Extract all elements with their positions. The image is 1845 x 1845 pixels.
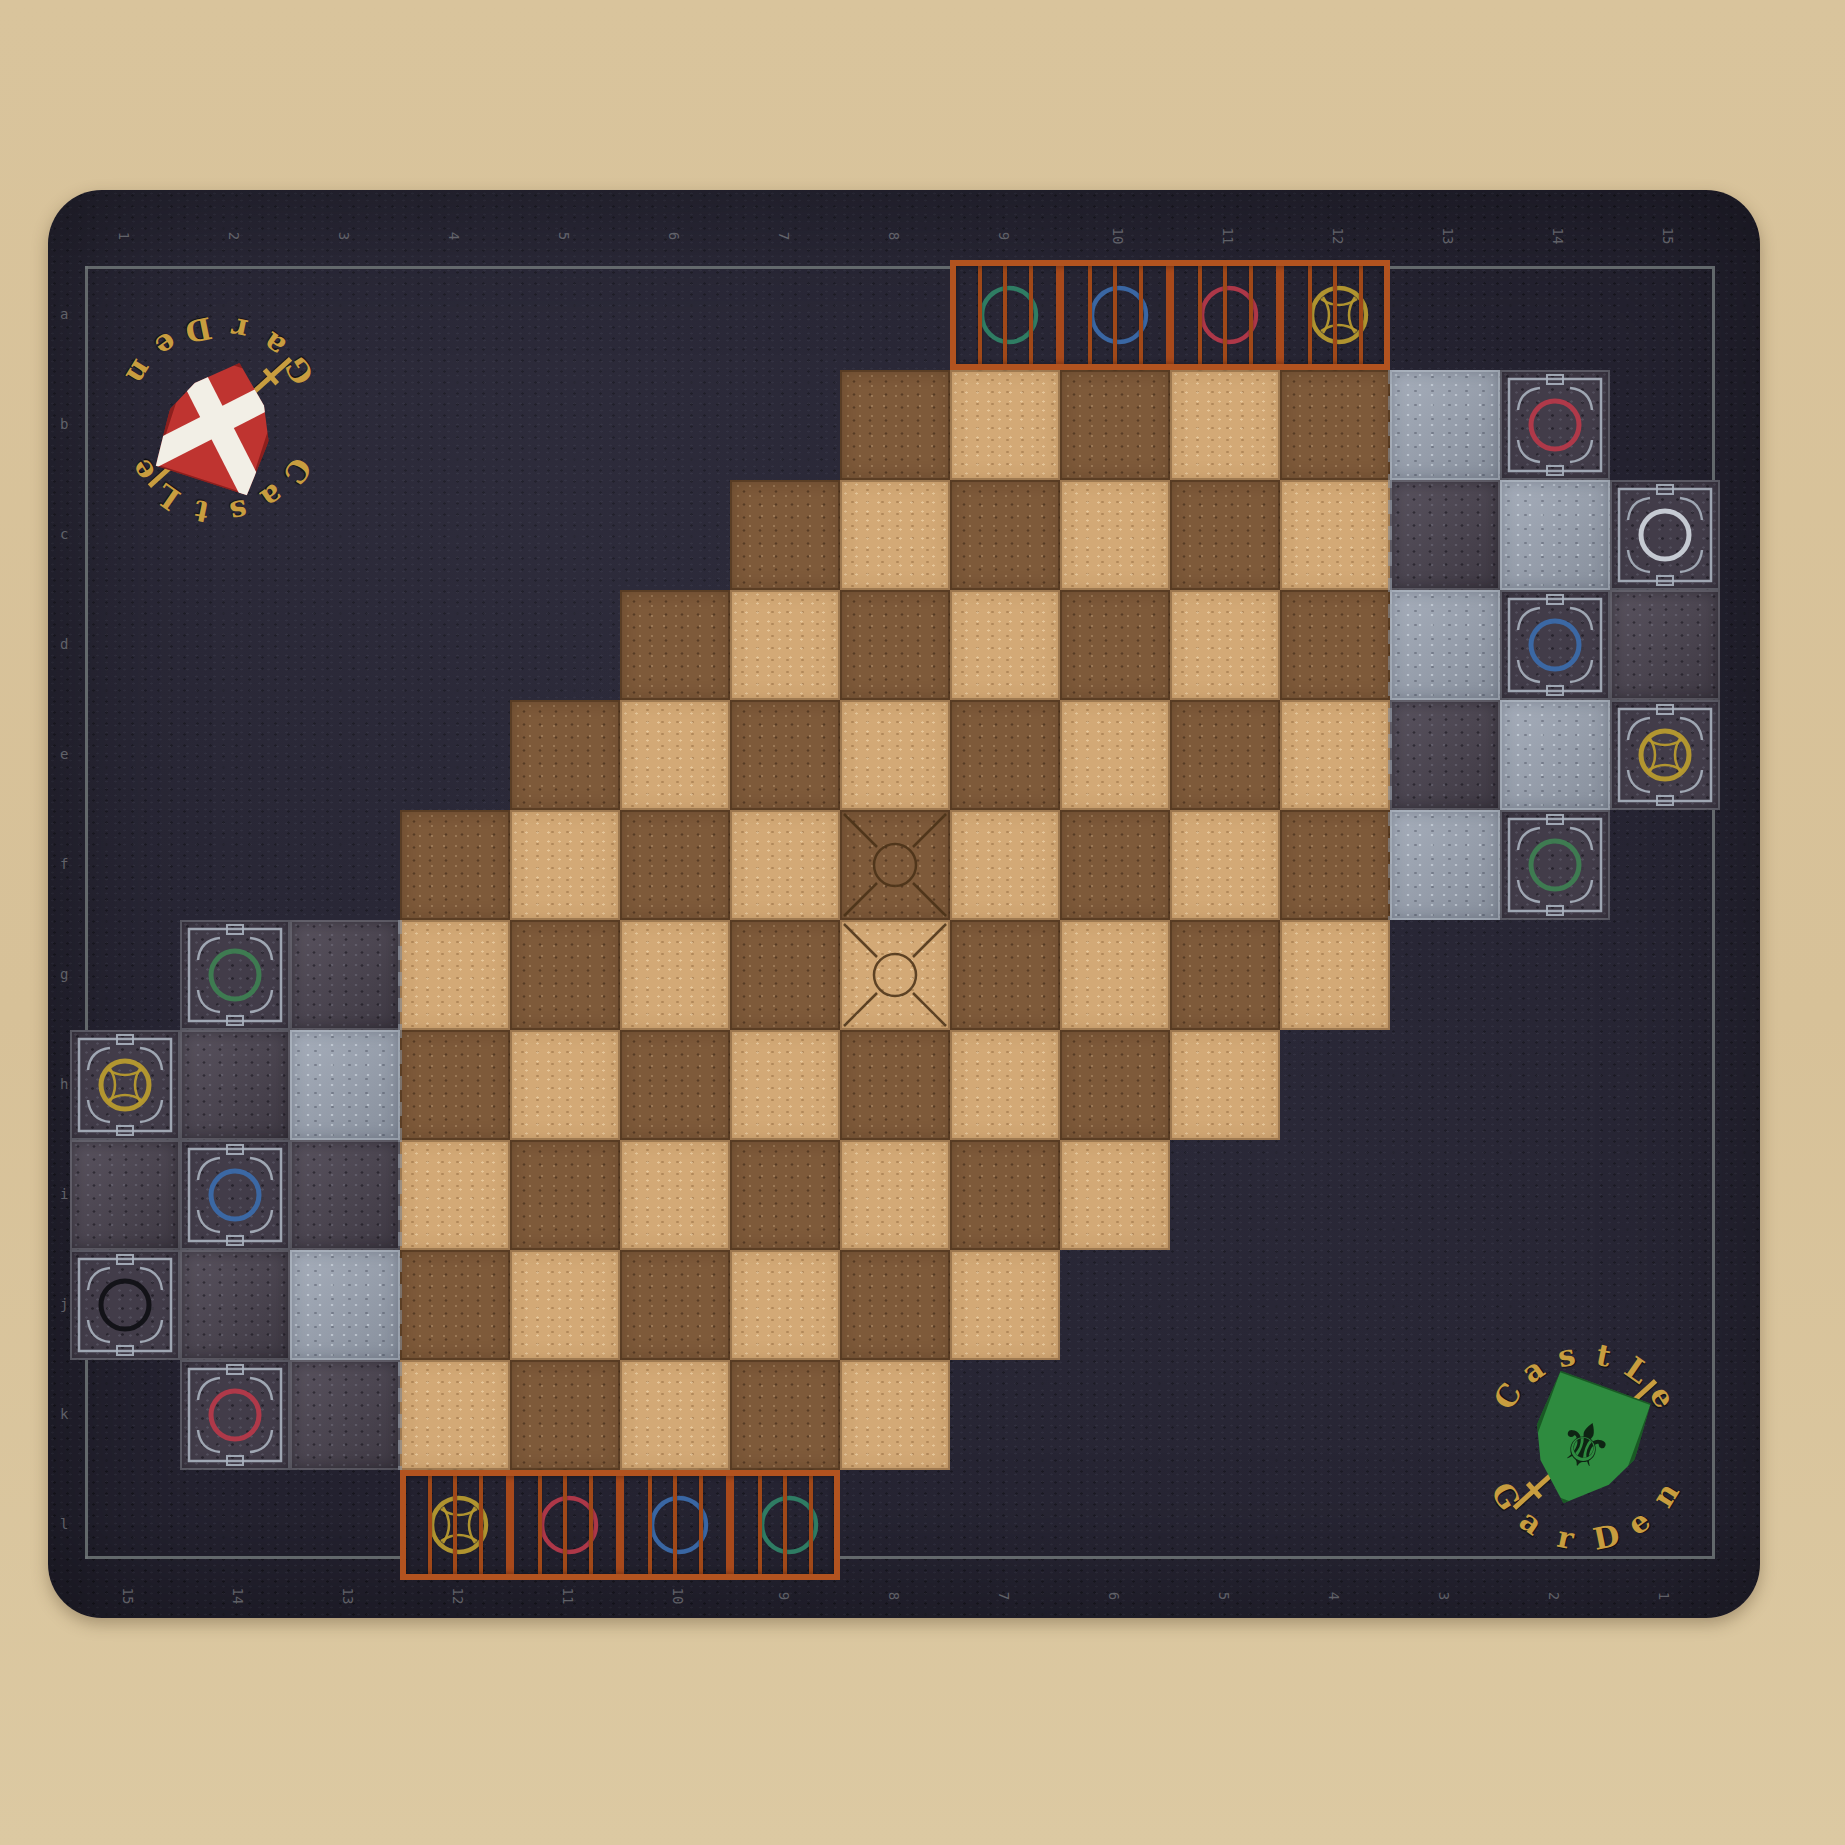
cell-r4-c8[interactable] bbox=[840, 700, 950, 810]
cell-r3-c4 bbox=[400, 590, 510, 700]
gate-bar bbox=[1308, 260, 1312, 370]
castle-ring-W-r2-c15[interactable] bbox=[1610, 480, 1720, 590]
cell-r4-c2 bbox=[180, 700, 290, 810]
cell-r0-c8 bbox=[840, 260, 950, 370]
col-label-bottom-12: 4 bbox=[1326, 1592, 1342, 1600]
cell-r4-c4 bbox=[400, 700, 510, 810]
gate-bar bbox=[1113, 260, 1117, 370]
cell-r1-c10[interactable] bbox=[1060, 370, 1170, 480]
cell-r11-c3 bbox=[290, 1470, 400, 1580]
cell-r0-c4 bbox=[400, 260, 510, 370]
castle-ring-K-r9-c1[interactable] bbox=[70, 1250, 180, 1360]
cell-r7-c9[interactable] bbox=[950, 1030, 1060, 1140]
cell-r0-c5 bbox=[510, 260, 620, 370]
col-label-top-11: 11 bbox=[1220, 228, 1236, 245]
cell-r5-c7[interactable] bbox=[730, 810, 840, 920]
castle-ring-B-r8-c2[interactable] bbox=[180, 1140, 290, 1250]
gate-bar bbox=[978, 260, 982, 370]
cell-r10-c10 bbox=[1060, 1360, 1170, 1470]
col-label-top-3: 3 bbox=[336, 232, 352, 240]
col-label-top-12: 12 bbox=[1330, 228, 1346, 245]
gate-ring-r-r0-c11[interactable] bbox=[1170, 260, 1280, 370]
cell-r11-c12 bbox=[1280, 1470, 1390, 1580]
col-label-top-13: 13 bbox=[1440, 228, 1456, 245]
cell-r8-c7[interactable] bbox=[730, 1140, 840, 1250]
arc-letter: t bbox=[1590, 1336, 1618, 1372]
cell-r7-c10[interactable] bbox=[1060, 1030, 1170, 1140]
col-label-bottom-2: 14 bbox=[230, 1588, 246, 1605]
castle-ring-Y-r4-c15[interactable] bbox=[1610, 700, 1720, 810]
cell-r8-c13 bbox=[1390, 1140, 1500, 1250]
cell-r6-c1 bbox=[70, 920, 180, 1030]
cell-r0-c14 bbox=[1500, 260, 1610, 370]
cell-r5-c8-center-mark[interactable] bbox=[840, 810, 950, 920]
gate-ring-b-r0-c10[interactable] bbox=[1060, 260, 1170, 370]
arc-letter: a bbox=[1514, 1349, 1550, 1388]
col-label-top-9: 9 bbox=[996, 232, 1012, 240]
col-label-top-7: 7 bbox=[776, 232, 792, 240]
cell-r7-c4[interactable] bbox=[400, 1030, 510, 1140]
col-label-top-15: 15 bbox=[1660, 228, 1676, 245]
col-label-bottom-13: 3 bbox=[1436, 1592, 1452, 1600]
cell-r6-c7[interactable] bbox=[730, 920, 840, 1030]
col-label-bottom-10: 6 bbox=[1106, 1592, 1122, 1600]
gate-bar bbox=[589, 1470, 593, 1580]
castle-ring-G-r5-c14[interactable] bbox=[1500, 810, 1610, 920]
col-label-bottom-14: 2 bbox=[1546, 1592, 1562, 1600]
cell-r4-c5[interactable] bbox=[510, 700, 620, 810]
cell-r6-c5[interactable] bbox=[510, 920, 620, 1030]
cell-r2-c11[interactable] bbox=[1170, 480, 1280, 590]
arc-letter: e bbox=[149, 326, 185, 365]
cell-r6-c3[interactable] bbox=[290, 920, 400, 1030]
gate-bar bbox=[1139, 260, 1143, 370]
cell-r9-c9[interactable] bbox=[950, 1250, 1060, 1360]
col-label-top-1: 1 bbox=[116, 232, 132, 240]
cell-r6-c8-center-mark[interactable] bbox=[840, 920, 950, 1030]
row-label-left-3: c bbox=[60, 526, 68, 542]
cell-r11-c10 bbox=[1060, 1470, 1170, 1580]
gate-bar bbox=[453, 1470, 457, 1580]
cell-r2-c9[interactable] bbox=[950, 480, 1060, 590]
cell-r10-c8[interactable] bbox=[840, 1360, 950, 1470]
cell-r7-c8[interactable] bbox=[840, 1030, 950, 1140]
cell-r11-c9 bbox=[950, 1470, 1060, 1580]
cell-r1-c4 bbox=[400, 370, 510, 480]
gate-ring-b-r11-c6[interactable] bbox=[620, 1470, 730, 1580]
cell-r10-c3[interactable] bbox=[290, 1360, 400, 1470]
arc-letter: s bbox=[225, 495, 253, 531]
cell-r4-c13[interactable] bbox=[1390, 700, 1500, 810]
cell-r3-c11[interactable] bbox=[1170, 590, 1280, 700]
arc-letter: r bbox=[225, 313, 253, 349]
cell-r9-c12 bbox=[1280, 1250, 1390, 1360]
gate-bar bbox=[563, 1470, 567, 1580]
cell-r1-c12[interactable] bbox=[1280, 370, 1390, 480]
cell-r11-c11 bbox=[1170, 1470, 1280, 1580]
cell-r3-c9[interactable] bbox=[950, 590, 1060, 700]
cell-r7-c6[interactable] bbox=[620, 1030, 730, 1140]
row-label-left-8: h bbox=[60, 1076, 68, 1092]
gate-bar bbox=[1223, 260, 1227, 370]
castle-ring-G-r6-c2[interactable] bbox=[180, 920, 290, 1030]
gate-bar bbox=[538, 1470, 542, 1580]
cell-r1-c6 bbox=[620, 370, 730, 480]
gate-bar bbox=[1359, 260, 1363, 370]
row-label-left-12: l bbox=[60, 1516, 68, 1532]
cell-r4-c12[interactable] bbox=[1280, 700, 1390, 810]
col-label-bottom-11: 5 bbox=[1216, 1592, 1232, 1600]
cell-r3-c15[interactable] bbox=[1610, 590, 1720, 700]
col-label-top-14: 14 bbox=[1550, 228, 1566, 245]
cell-r8-c9[interactable] bbox=[950, 1140, 1060, 1250]
col-label-bottom-8: 8 bbox=[886, 1592, 902, 1600]
gate-bar bbox=[479, 1470, 483, 1580]
cell-r5-c12[interactable] bbox=[1280, 810, 1390, 920]
cell-r5-c10[interactable] bbox=[1060, 810, 1170, 920]
cell-r3-c6[interactable] bbox=[620, 590, 730, 700]
cell-r3-c1 bbox=[70, 590, 180, 700]
cell-r9-c3[interactable] bbox=[290, 1250, 400, 1360]
gate-bar bbox=[1003, 260, 1007, 370]
cell-r8-c10[interactable] bbox=[1060, 1140, 1170, 1250]
cell-r10-c6[interactable] bbox=[620, 1360, 730, 1470]
col-label-top-4: 4 bbox=[446, 232, 462, 240]
arc-letter: a bbox=[255, 479, 291, 518]
cell-r6-c6[interactable] bbox=[620, 920, 730, 1030]
cell-r8-c4[interactable] bbox=[400, 1140, 510, 1250]
gate-bar bbox=[673, 1470, 677, 1580]
cell-r3-c12[interactable] bbox=[1280, 590, 1390, 700]
cell-r7-c13 bbox=[1390, 1030, 1500, 1140]
photo-page: CastLeGarDen ⚜ CastLeGarDen 123456789101… bbox=[0, 0, 1845, 1845]
arc-letter: C bbox=[279, 453, 318, 489]
castle-ring-R-r1-c14[interactable] bbox=[1500, 370, 1610, 480]
arc-letter: s bbox=[1552, 1336, 1580, 1372]
col-label-top-10: 10 bbox=[1110, 228, 1126, 245]
cell-r0-c15 bbox=[1610, 260, 1720, 370]
gate-bar bbox=[1198, 260, 1202, 370]
cell-r11-c8 bbox=[840, 1470, 950, 1580]
row-label-left-11: k bbox=[60, 1406, 68, 1422]
row-label-left-9: i bbox=[60, 1186, 68, 1202]
cell-r4-c10[interactable] bbox=[1060, 700, 1170, 810]
logo-castle-garden-top-left: CastLeGarDen bbox=[100, 302, 340, 542]
cell-r10-c11 bbox=[1170, 1360, 1280, 1470]
cell-r6-c12[interactable] bbox=[1280, 920, 1390, 1030]
gate-ring-y-r11-c4[interactable] bbox=[400, 1470, 510, 1580]
cell-r9-c2[interactable] bbox=[180, 1250, 290, 1360]
cell-r5-c3 bbox=[290, 810, 400, 920]
col-label-top-6: 6 bbox=[666, 232, 682, 240]
cell-r10-c4[interactable] bbox=[400, 1360, 510, 1470]
cell-r4-c9[interactable] bbox=[950, 700, 1060, 810]
cell-r3-c8[interactable] bbox=[840, 590, 950, 700]
cell-r5-c2 bbox=[180, 810, 290, 920]
col-label-bottom-7: 9 bbox=[776, 1592, 792, 1600]
cell-r7-c12 bbox=[1280, 1030, 1390, 1140]
cell-r10-c5[interactable] bbox=[510, 1360, 620, 1470]
cell-r4-c6[interactable] bbox=[620, 700, 730, 810]
gate-ring-g-r11-c7[interactable] bbox=[730, 1470, 840, 1580]
cell-r5-c11[interactable] bbox=[1170, 810, 1280, 920]
cell-r2-c12[interactable] bbox=[1280, 480, 1390, 590]
cell-r8-c6[interactable] bbox=[620, 1140, 730, 1250]
row-label-left-1: a bbox=[60, 306, 68, 322]
gate-ring-g-r0-c9[interactable] bbox=[950, 260, 1060, 370]
cell-r5-c15 bbox=[1610, 810, 1720, 920]
cell-r6-c4[interactable] bbox=[400, 920, 510, 1030]
cell-r5-c5[interactable] bbox=[510, 810, 620, 920]
gate-bar bbox=[648, 1470, 652, 1580]
cell-r8-c12 bbox=[1280, 1140, 1390, 1250]
cell-r4-c11[interactable] bbox=[1170, 700, 1280, 810]
castle-ring-Y-r7-c1[interactable] bbox=[70, 1030, 180, 1140]
gate-ring-r-r11-c5[interactable] bbox=[510, 1470, 620, 1580]
cell-r6-c15 bbox=[1610, 920, 1720, 1030]
cell-r8-c14 bbox=[1500, 1140, 1610, 1250]
arc-letter: r bbox=[1552, 1518, 1580, 1554]
cell-r0-c13 bbox=[1390, 260, 1500, 370]
col-label-top-5: 5 bbox=[556, 232, 572, 240]
cell-r6-c13 bbox=[1390, 920, 1500, 1030]
cell-r9-c10 bbox=[1060, 1250, 1170, 1360]
gate-bar bbox=[758, 1470, 762, 1580]
cell-r4-c14[interactable] bbox=[1500, 700, 1610, 810]
cell-r9-c11 bbox=[1170, 1250, 1280, 1360]
gate-bar bbox=[1029, 260, 1033, 370]
gate-bar bbox=[699, 1470, 703, 1580]
col-label-top-2: 2 bbox=[226, 232, 242, 240]
cell-r10-c7[interactable] bbox=[730, 1360, 840, 1470]
cell-r6-c10[interactable] bbox=[1060, 920, 1170, 1030]
col-label-bottom-15: 1 bbox=[1656, 1592, 1672, 1600]
cell-r8-c3[interactable] bbox=[290, 1140, 400, 1250]
cell-r3-c7[interactable] bbox=[730, 590, 840, 700]
cell-r3-c2 bbox=[180, 590, 290, 700]
cell-r8-c11 bbox=[1170, 1140, 1280, 1250]
col-label-bottom-5: 11 bbox=[560, 1588, 576, 1605]
cell-r0-c7 bbox=[730, 260, 840, 370]
cell-r1-c8[interactable] bbox=[840, 370, 950, 480]
cell-r11-c1 bbox=[70, 1470, 180, 1580]
row-label-left-6: f bbox=[60, 856, 68, 872]
cell-r8-c8[interactable] bbox=[840, 1140, 950, 1250]
cell-r11-c2 bbox=[180, 1470, 290, 1580]
cell-r2-c13[interactable] bbox=[1390, 480, 1500, 590]
castle-ring-R-r10-c2[interactable] bbox=[180, 1360, 290, 1470]
arc-letter: a bbox=[1514, 1502, 1550, 1541]
gate-bar bbox=[783, 1470, 787, 1580]
row-label-left-4: d bbox=[60, 636, 68, 652]
cell-r4-c3 bbox=[290, 700, 400, 810]
cell-r10-c9 bbox=[950, 1360, 1060, 1470]
gate-ring-y-r0-c12[interactable] bbox=[1280, 260, 1390, 370]
cell-r7-c3[interactable] bbox=[290, 1030, 400, 1140]
col-label-bottom-1: 15 bbox=[120, 1588, 136, 1605]
cell-r4-c7[interactable] bbox=[730, 700, 840, 810]
cell-r5-c6[interactable] bbox=[620, 810, 730, 920]
col-label-top-8: 8 bbox=[886, 232, 902, 240]
cell-r1-c11[interactable] bbox=[1170, 370, 1280, 480]
cell-r10-c12 bbox=[1280, 1360, 1390, 1470]
gate-bar bbox=[1088, 260, 1092, 370]
arc-letter: t bbox=[187, 495, 215, 531]
cell-r6-c14 bbox=[1500, 920, 1610, 1030]
cell-r8-c5[interactable] bbox=[510, 1140, 620, 1250]
cell-r2-c7[interactable] bbox=[730, 480, 840, 590]
arc-letter: D bbox=[1590, 1518, 1618, 1554]
col-label-bottom-9: 7 bbox=[996, 1592, 1012, 1600]
logo-castle-garden-bottom-right: ⚜ CastLeGarDen bbox=[1465, 1325, 1705, 1565]
cell-r3-c13[interactable] bbox=[1390, 590, 1500, 700]
cell-r1-c15 bbox=[1610, 370, 1720, 480]
cell-r2-c14[interactable] bbox=[1500, 480, 1610, 590]
cell-r2-c5 bbox=[510, 480, 620, 590]
cell-r7-c14 bbox=[1500, 1030, 1610, 1140]
cell-r6-c11[interactable] bbox=[1170, 920, 1280, 1030]
gate-bar bbox=[428, 1470, 432, 1580]
cell-r2-c4 bbox=[400, 480, 510, 590]
cell-r8-c15 bbox=[1610, 1140, 1720, 1250]
cell-r9-c7[interactable] bbox=[730, 1250, 840, 1360]
cell-r7-c15 bbox=[1610, 1030, 1720, 1140]
arc-letter: C bbox=[1487, 1378, 1526, 1414]
cell-r5-c4[interactable] bbox=[400, 810, 510, 920]
cell-r7-c7[interactable] bbox=[730, 1030, 840, 1140]
col-label-bottom-4: 12 bbox=[450, 1588, 466, 1605]
cell-r1-c13[interactable] bbox=[1390, 370, 1500, 480]
cell-r0-c6 bbox=[620, 260, 730, 370]
cell-r7-c2[interactable] bbox=[180, 1030, 290, 1140]
cell-r3-c3 bbox=[290, 590, 400, 700]
gate-bar bbox=[809, 1470, 813, 1580]
cell-r2-c6 bbox=[620, 480, 730, 590]
cell-r8-c1[interactable] bbox=[70, 1140, 180, 1250]
cell-r9-c4[interactable] bbox=[400, 1250, 510, 1360]
cell-r6-c9[interactable] bbox=[950, 920, 1060, 1030]
game-mat: CastLeGarDen ⚜ CastLeGarDen bbox=[48, 190, 1760, 1618]
cell-r5-c9[interactable] bbox=[950, 810, 1060, 920]
arc-letter: G bbox=[1487, 1476, 1526, 1512]
cell-r9-c5[interactable] bbox=[510, 1250, 620, 1360]
cell-r1-c5 bbox=[510, 370, 620, 480]
cell-r1-c9[interactable] bbox=[950, 370, 1060, 480]
castle-ring-B-r3-c14[interactable] bbox=[1500, 590, 1610, 700]
cell-r2-c8[interactable] bbox=[840, 480, 950, 590]
cell-r9-c6[interactable] bbox=[620, 1250, 730, 1360]
arc-letter: e bbox=[1620, 1502, 1656, 1541]
arc-letter: n bbox=[1644, 1476, 1683, 1512]
cell-r9-c8[interactable] bbox=[840, 1250, 950, 1360]
col-label-bottom-3: 13 bbox=[340, 1588, 356, 1605]
cell-r7-c11[interactable] bbox=[1170, 1030, 1280, 1140]
col-label-bottom-6: 10 bbox=[670, 1588, 686, 1605]
row-label-left-7: g bbox=[60, 966, 68, 982]
cell-r2-c10[interactable] bbox=[1060, 480, 1170, 590]
gate-bar bbox=[1249, 260, 1253, 370]
cell-r5-c1 bbox=[70, 810, 180, 920]
cell-r10-c1 bbox=[70, 1360, 180, 1470]
row-label-left-5: e bbox=[60, 746, 68, 762]
row-label-left-2: b bbox=[60, 416, 68, 432]
cell-r4-c1 bbox=[70, 700, 180, 810]
cell-r7-c5[interactable] bbox=[510, 1030, 620, 1140]
cell-r3-c5 bbox=[510, 590, 620, 700]
cell-r5-c13[interactable] bbox=[1390, 810, 1500, 920]
arc-letter: n bbox=[122, 355, 161, 391]
cell-r1-c7 bbox=[730, 370, 840, 480]
gate-bar bbox=[1333, 260, 1337, 370]
arc-letter: D bbox=[187, 313, 215, 349]
row-label-left-10: j bbox=[60, 1296, 68, 1312]
cell-r3-c10[interactable] bbox=[1060, 590, 1170, 700]
